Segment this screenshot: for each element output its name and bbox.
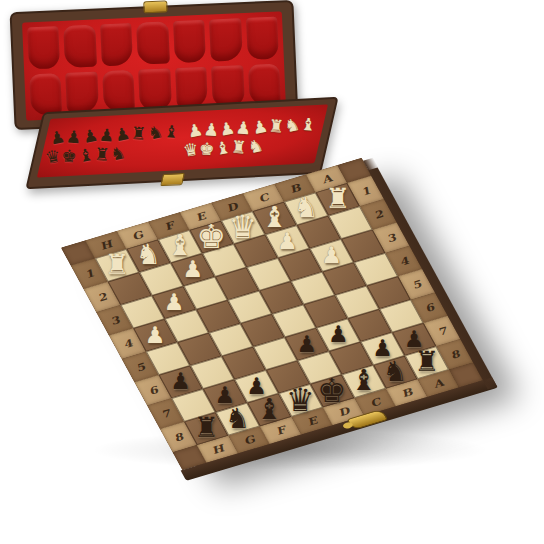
- felt-slot: [246, 17, 279, 60]
- tray-piece-k[interactable]: ♚: [61, 146, 78, 166]
- piece-white-rook-a1[interactable]: ♜: [325, 185, 350, 213]
- piece-white-knight-b1[interactable]: ♞: [293, 194, 318, 222]
- felt-slot: [136, 21, 169, 64]
- box-tray[interactable]: ♟♟♟♟♟♜♞♝♛♚♝♜♞ ♟♟♟♟♟♜♞♝♛♚♝♜♞: [25, 97, 338, 190]
- felt-slot: [138, 68, 171, 111]
- tray-piece-r[interactable]: ♜: [268, 117, 285, 137]
- piece-black-rook-a8[interactable]: ♜: [414, 348, 439, 376]
- tray-piece-n[interactable]: ♞: [146, 122, 165, 144]
- felt-slot: [173, 20, 206, 63]
- piece-white-pawn-c2[interactable]: ♟: [277, 230, 298, 253]
- piece-white-pawn-g3[interactable]: ♟: [164, 291, 185, 314]
- piece-black-bishop-c8[interactable]: ♝: [350, 366, 376, 395]
- piece-white-pawn-b3[interactable]: ♟: [321, 244, 342, 267]
- tray-piece-p[interactable]: ♟: [98, 125, 115, 145]
- tray-piece-r[interactable]: ♜: [231, 138, 248, 158]
- piece-black-knight-g8[interactable]: ♞: [225, 404, 250, 432]
- felt-slot: [66, 71, 99, 114]
- tray-piece-q[interactable]: ♛: [181, 139, 200, 161]
- product-photo-chess-set: { "game": "chess", "scene": "wooden fold…: [0, 0, 544, 544]
- tray-light-pieces: ♟♟♟♟♟♜♞♝♛♚♝♜♞: [181, 115, 322, 160]
- piece-black-queen-e8[interactable]: ♛: [286, 383, 315, 415]
- piece-black-pawn-h6[interactable]: ♟: [170, 370, 191, 393]
- chess-board: HGFEDCBA1♜♞♝♚♛♝♞♜12♟♟23♟♟34♟4556♟♟♟67♟♟♟…: [61, 158, 483, 470]
- piece-white-king-e1[interactable]: ♚: [196, 219, 226, 252]
- piece-white-pawn-h4[interactable]: ♟: [145, 323, 166, 346]
- felt-slot: [102, 69, 135, 112]
- tray-dark-pieces: ♟♟♟♟♟♜♞♝♛♚♝♜♞: [43, 122, 184, 167]
- tray-piece-n[interactable]: ♞: [109, 143, 128, 165]
- piece-black-rook-h8[interactable]: ♜: [193, 414, 218, 442]
- tray-felt: ♟♟♟♟♟♜♞♝♛♚♝♜♞ ♟♟♟♟♟♜♞♝♛♚♝♜♞: [37, 104, 328, 177]
- tray-piece-b[interactable]: ♝: [76, 145, 95, 167]
- chess-board-wrap: HGFEDCBA1♜♞♝♚♛♝♞♜12♟♟23♟♟34♟4556♟♟♟67♟♟♟…: [61, 158, 483, 470]
- brass-latch-lid-icon: [143, 0, 168, 13]
- piece-white-knight-g1[interactable]: ♞: [136, 241, 161, 269]
- piece-white-rook-h1[interactable]: ♜: [104, 251, 129, 279]
- piece-black-pawn-d6[interactable]: ♟: [296, 332, 317, 355]
- tray-piece-p[interactable]: ♟: [203, 120, 220, 140]
- tray-piece-b[interactable]: ♝: [300, 115, 317, 135]
- felt-slot: [64, 25, 97, 68]
- tray-piece-n[interactable]: ♞: [246, 136, 265, 158]
- tray-piece-r[interactable]: ♜: [130, 124, 147, 144]
- piece-black-bishop-f8[interactable]: ♝: [256, 394, 282, 423]
- felt-slot: [29, 73, 62, 116]
- tray-piece-q[interactable]: ♛: [44, 146, 63, 168]
- brass-latch-tray-icon: [160, 173, 185, 186]
- felt-slot: [27, 26, 60, 69]
- piece-black-pawn-c6[interactable]: ♟: [328, 323, 349, 346]
- piece-white-pawn-f2[interactable]: ♟: [182, 258, 203, 281]
- piece-black-king-d8[interactable]: ♚: [317, 373, 347, 406]
- piece-white-queen-d1[interactable]: ♛: [228, 211, 257, 243]
- tray-piece-k[interactable]: ♚: [199, 139, 216, 159]
- tray-piece-p[interactable]: ♟: [65, 127, 82, 147]
- felt-slot: [175, 66, 208, 109]
- piece-black-knight-b8[interactable]: ♞: [382, 357, 407, 385]
- tray-piece-r[interactable]: ♜: [93, 145, 110, 165]
- tray-piece-b[interactable]: ♝: [163, 122, 180, 142]
- tray-piece-p[interactable]: ♟: [235, 118, 252, 138]
- felt-slot: [100, 23, 133, 66]
- felt-slot: [209, 18, 242, 61]
- storage-box: ♟♟♟♟♟♜♞♝♛♚♝♜♞ ♟♟♟♟♟♜♞♝♛♚♝♜♞: [6, 2, 326, 192]
